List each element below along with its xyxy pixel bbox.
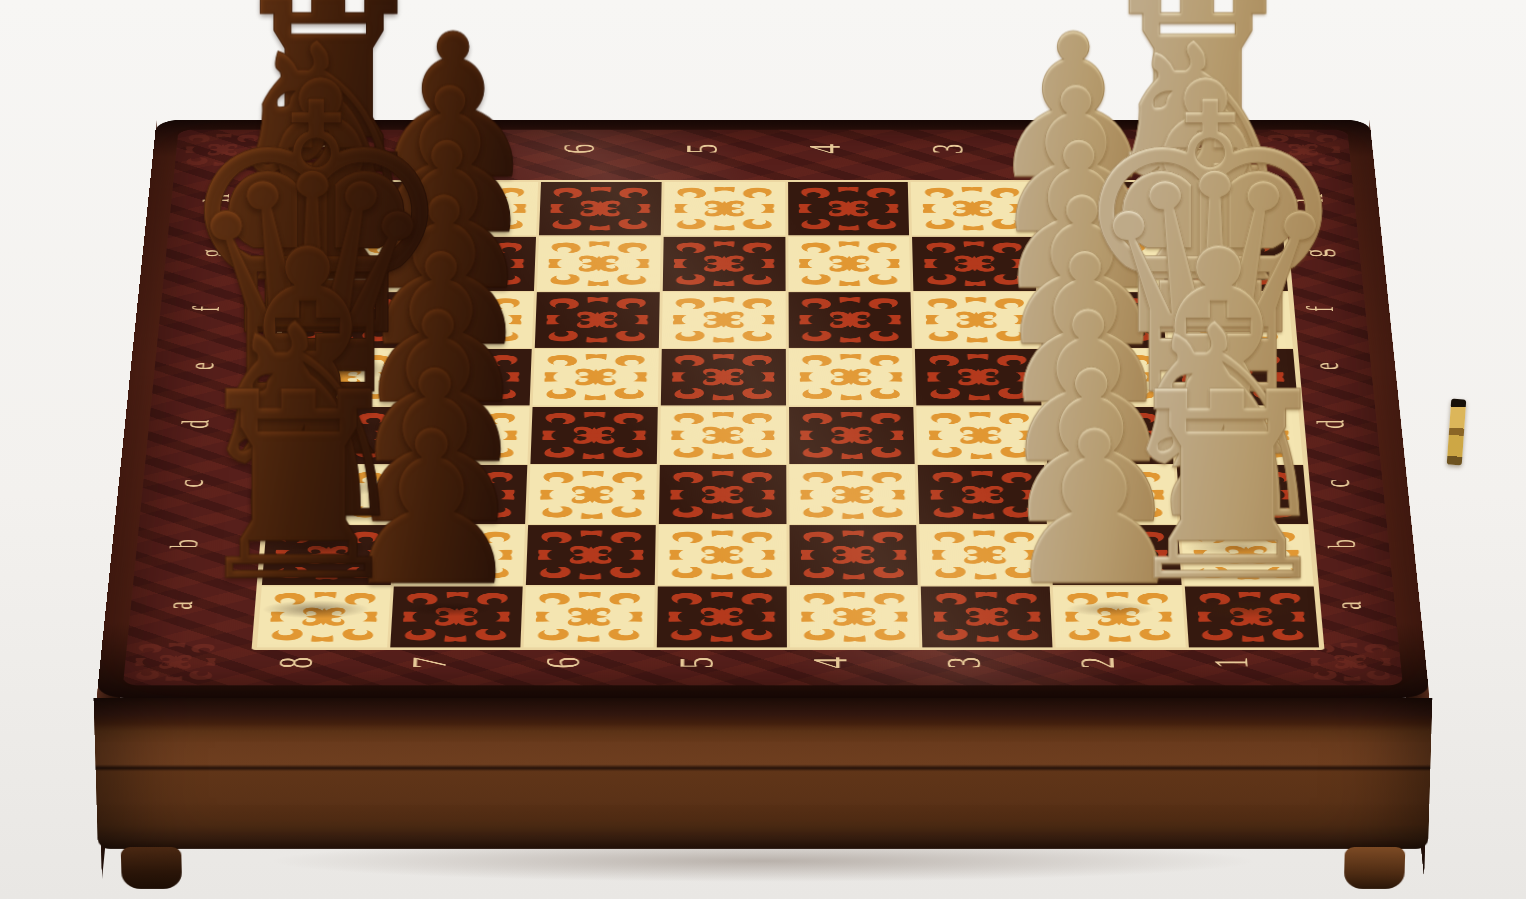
damask-ornament (795, 352, 908, 403)
damask-ornament (668, 295, 779, 345)
damask-ornament (545, 185, 655, 233)
square-f4 (788, 292, 912, 347)
square-f6 (535, 292, 660, 347)
white-rook-glyph: ♜ (1111, 358, 1343, 617)
damask-ornament (669, 239, 779, 288)
damask-ornament (669, 185, 778, 233)
brass-hinge-icon (1447, 399, 1467, 466)
rank-label-far-3: 3 (922, 144, 973, 154)
square-f5 (661, 292, 785, 347)
damask-ornament (539, 352, 652, 403)
square-g4 (788, 237, 911, 291)
damask-ornament (794, 185, 904, 233)
box-foot-left (121, 847, 183, 889)
box-foot-right (1344, 847, 1406, 889)
damask-ornament (667, 352, 780, 403)
damask-ornament (541, 295, 653, 345)
damask-ornament (794, 295, 906, 345)
box-front-face (93, 698, 1432, 849)
chess-box-photo-scene: hhggffeeddccbbaa8877665544332211 ♜♟♟♜♞♟♟… (0, 0, 1526, 899)
damask-ornament (794, 239, 905, 288)
rank-label-far-4: 4 (799, 144, 850, 154)
rank-label-far-5: 5 (676, 144, 727, 154)
rank-label-far-6: 6 (553, 144, 604, 154)
square-h6 (539, 182, 662, 235)
square-h4 (788, 182, 910, 235)
wooden-chess-box: hhggffeeddccbbaa8877665544332211 ♜♟♟♜♞♟♟… (97, 120, 1430, 698)
square-g6 (537, 237, 661, 291)
damask-ornament (543, 239, 654, 288)
black-rook-glyph: ♜ (183, 358, 415, 617)
square-g5 (662, 237, 785, 291)
square-h5 (663, 182, 785, 235)
